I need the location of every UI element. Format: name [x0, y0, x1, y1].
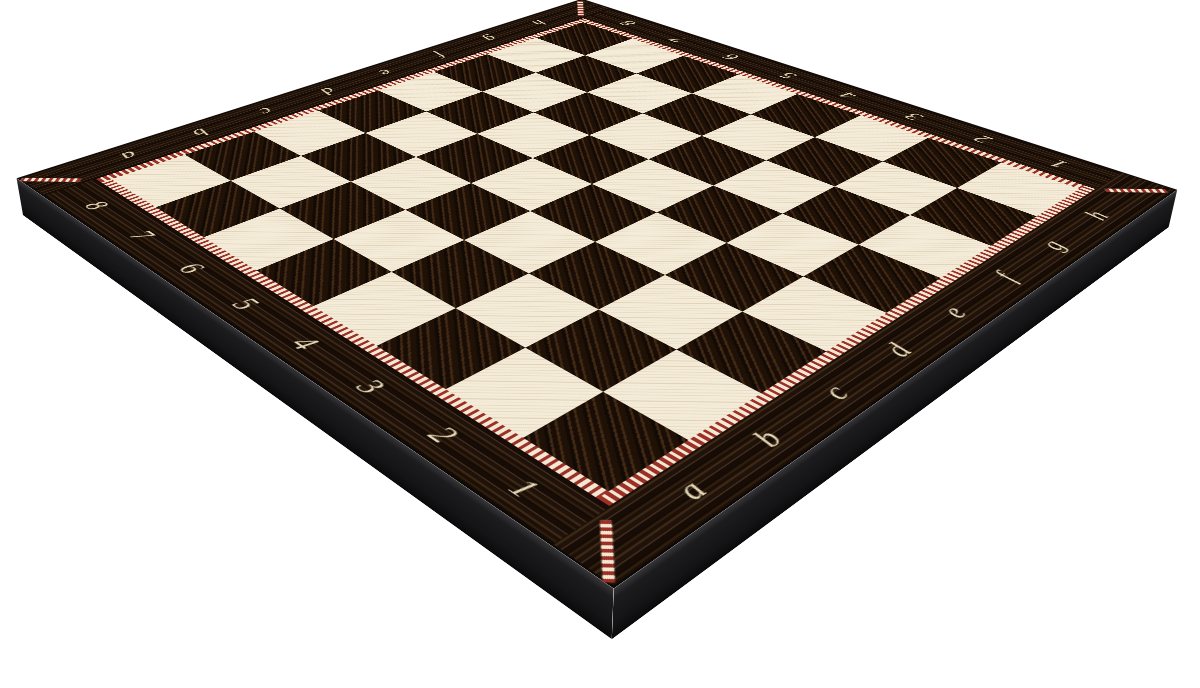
- square-b2: [526, 309, 676, 391]
- square-e2: [727, 214, 859, 277]
- square-c3: [528, 241, 665, 309]
- square-b1: [603, 349, 761, 439]
- square-c2: [599, 275, 743, 350]
- corner-rope-h1: [1104, 189, 1168, 193]
- chessboard-3d: 87654321 87654321 hgfedcba hgfedcba: [17, 0, 1178, 589]
- board-grid: [111, 22, 1079, 491]
- square-a2: [446, 347, 603, 437]
- square-f2: [783, 186, 910, 244]
- square-b6: [280, 182, 405, 239]
- square-f1: [858, 215, 990, 278]
- border-band-near-left: [45, 178, 612, 544]
- square-a4: [313, 272, 455, 346]
- corner-rope-a1: [600, 520, 615, 582]
- square-b5: [334, 210, 464, 272]
- square-a7: [156, 180, 281, 237]
- square-e1: [803, 244, 941, 313]
- rank-labels-bottom-left-edge: 87654321: [55, 184, 591, 531]
- corner-rope-a8: [20, 178, 82, 182]
- square-a6: [204, 208, 334, 270]
- square-g1: [910, 188, 1037, 246]
- square-d3: [595, 212, 726, 275]
- square-c1: [676, 311, 827, 393]
- square-d1: [742, 276, 886, 351]
- scene: 87654321 87654321 hgfedcba hgfedcba: [0, 0, 1200, 688]
- square-b3: [456, 273, 599, 347]
- square-b4: [392, 240, 528, 308]
- square-c5: [405, 183, 530, 240]
- square-d2: [665, 243, 803, 311]
- square-a5: [256, 239, 392, 306]
- square-d4: [531, 184, 657, 241]
- square-e3: [656, 185, 782, 243]
- file-labels-bottom-right-edge: hgfedcba: [627, 194, 1140, 533]
- square-c4: [464, 211, 595, 273]
- board-top-face: 87654321 87654321 hgfedcba hgfedcba: [17, 0, 1178, 589]
- corner-rope-h8: [577, 1, 584, 16]
- square-a1: [523, 391, 689, 491]
- square-a3: [376, 308, 526, 389]
